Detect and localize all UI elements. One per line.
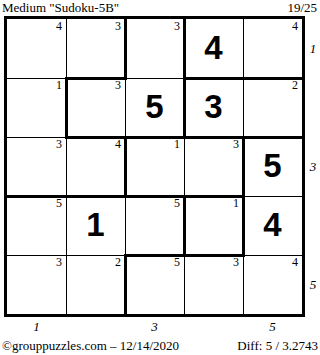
cell-r4c3[interactable]: 5: [125, 196, 184, 255]
corner-number: 1: [56, 78, 62, 93]
corner-number: 1: [233, 196, 239, 211]
cell-r1c3[interactable]: 3: [125, 19, 184, 78]
row-label-5: 5: [306, 277, 320, 293]
cell-r3c4[interactable]: 3: [184, 137, 243, 196]
corner-number: 5: [174, 196, 180, 211]
big-number: 5: [125, 78, 184, 137]
corner-number: 2: [115, 255, 121, 270]
row-label-3: 3: [306, 159, 320, 175]
corner-number: 4: [115, 137, 121, 152]
cell-r5c3[interactable]: 5: [125, 255, 184, 314]
corner-number: 3: [115, 19, 121, 34]
cell-r1c5[interactable]: 4: [243, 19, 302, 78]
cell-r2c5[interactable]: 2: [243, 78, 302, 137]
board: 4334413532341355151432534: [4, 16, 305, 317]
corner-number: 3: [174, 19, 180, 34]
cell-r3c1[interactable]: 3: [7, 137, 66, 196]
page: { "header": { "title": "Medium \"Sudoku-…: [0, 0, 320, 355]
corner-number: 3: [56, 137, 62, 152]
cell-r5c2[interactable]: 2: [66, 255, 125, 314]
col-label-3: 3: [145, 319, 165, 335]
corner-number: 4: [56, 19, 62, 34]
big-number: 4: [243, 196, 302, 255]
big-number: 4: [184, 19, 243, 78]
big-number: 5: [243, 137, 302, 196]
corner-number: 5: [174, 255, 180, 270]
corner-number: 1: [174, 137, 180, 152]
cell-r5c1[interactable]: 3: [7, 255, 66, 314]
big-number: 1: [66, 196, 125, 255]
difficulty-text: Diff: 5 / 3.2743: [237, 338, 318, 354]
cell-r1c1[interactable]: 4: [7, 19, 66, 78]
cell-r4c2[interactable]: 1: [66, 196, 125, 255]
cell-r5c5[interactable]: 4: [243, 255, 302, 314]
col-label-5: 5: [263, 319, 283, 335]
cell-r2c3[interactable]: 5: [125, 78, 184, 137]
cell-r3c2[interactable]: 4: [66, 137, 125, 196]
col-label-1: 1: [27, 319, 47, 335]
cell-r2c2[interactable]: 3: [66, 78, 125, 137]
cell-r4c4[interactable]: 1: [184, 196, 243, 255]
corner-number: 5: [56, 196, 62, 211]
cell-r1c2[interactable]: 3: [66, 19, 125, 78]
page-number: 19/25: [287, 0, 317, 16]
cell-r2c1[interactable]: 1: [7, 78, 66, 137]
cell-r3c5[interactable]: 5: [243, 137, 302, 196]
cell-r5c4[interactable]: 3: [184, 255, 243, 314]
cell-r4c1[interactable]: 5: [7, 196, 66, 255]
row-label-1: 1: [306, 41, 320, 57]
corner-number: 2: [292, 78, 298, 93]
cell-r4c5[interactable]: 4: [243, 196, 302, 255]
corner-number: 4: [292, 19, 298, 34]
big-number: 3: [184, 78, 243, 137]
cell-r3c3[interactable]: 1: [125, 137, 184, 196]
copyright-text: ©grouppuzzles.com – 12/14/2020: [2, 338, 179, 354]
cell-r1c4[interactable]: 4: [184, 19, 243, 78]
corner-number: 3: [233, 255, 239, 270]
corner-number: 3: [233, 137, 239, 152]
corner-number: 3: [56, 255, 62, 270]
cell-r2c4[interactable]: 3: [184, 78, 243, 137]
corner-number: 3: [115, 78, 121, 93]
corner-number: 4: [292, 255, 298, 270]
puzzle-title: Medium "Sudoku-5B": [2, 0, 119, 16]
